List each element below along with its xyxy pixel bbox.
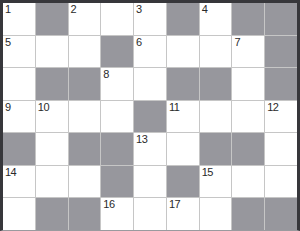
blocked-cell-r3c7 bbox=[200, 68, 232, 100]
cell-r2c2[interactable] bbox=[36, 36, 68, 68]
clue-number-4: 4 bbox=[202, 3, 208, 16]
cell-r6c7[interactable]: 15 bbox=[200, 166, 232, 198]
blocked-cell-r5c4 bbox=[101, 133, 133, 165]
blocked-cell-r7c8 bbox=[232, 198, 264, 230]
cell-r6c9[interactable] bbox=[265, 166, 297, 198]
cell-r5c6[interactable] bbox=[167, 133, 199, 165]
cell-r3c5[interactable] bbox=[134, 68, 166, 100]
blocked-cell-r3c6 bbox=[167, 68, 199, 100]
cell-r2c3[interactable] bbox=[69, 36, 101, 68]
blocked-cell-r7c3 bbox=[69, 198, 101, 230]
crossword-grid: 1234567891011121314151617 bbox=[0, 0, 300, 231]
clue-number-8: 8 bbox=[103, 68, 109, 81]
blocked-cell-r1c9 bbox=[265, 3, 297, 35]
cell-r3c1[interactable] bbox=[3, 68, 35, 100]
blocked-cell-r2c4 bbox=[101, 36, 133, 68]
blocked-cell-r1c6 bbox=[167, 3, 199, 35]
cell-r1c5[interactable]: 3 bbox=[134, 3, 166, 35]
blocked-cell-r6c6 bbox=[167, 166, 199, 198]
blocked-cell-r3c9 bbox=[265, 68, 297, 100]
cell-r2c1[interactable]: 5 bbox=[3, 36, 35, 68]
clue-number-12: 12 bbox=[267, 101, 278, 114]
cell-r7c7[interactable] bbox=[200, 198, 232, 230]
cell-r6c8[interactable] bbox=[232, 166, 264, 198]
blocked-cell-r4c5 bbox=[134, 101, 166, 133]
cell-r2c5[interactable]: 6 bbox=[134, 36, 166, 68]
cell-r3c8[interactable] bbox=[232, 68, 264, 100]
clue-number-15: 15 bbox=[202, 166, 213, 179]
clue-number-11: 11 bbox=[169, 101, 179, 114]
blocked-cell-r3c2 bbox=[36, 68, 68, 100]
cell-r6c5[interactable] bbox=[134, 166, 166, 198]
clue-number-9: 9 bbox=[5, 101, 11, 114]
cell-r5c9[interactable] bbox=[265, 133, 297, 165]
clue-number-6: 6 bbox=[136, 36, 142, 49]
cell-r3c4[interactable]: 8 bbox=[101, 68, 133, 100]
cell-r4c2[interactable]: 10 bbox=[36, 101, 68, 133]
blocked-cell-r5c1 bbox=[3, 133, 35, 165]
cell-r4c1[interactable]: 9 bbox=[3, 101, 35, 133]
blocked-cell-r5c3 bbox=[69, 133, 101, 165]
blocked-cell-r7c9 bbox=[265, 198, 297, 230]
blocked-cell-r1c2 bbox=[36, 3, 68, 35]
cell-r4c4[interactable] bbox=[101, 101, 133, 133]
cell-r5c5[interactable]: 13 bbox=[134, 133, 166, 165]
blocked-cell-r3c3 bbox=[69, 68, 101, 100]
clue-number-16: 16 bbox=[103, 198, 114, 211]
cell-r7c4[interactable]: 16 bbox=[101, 198, 133, 230]
blocked-cell-r5c7 bbox=[200, 133, 232, 165]
cell-r4c9[interactable]: 12 bbox=[265, 101, 297, 133]
cell-r2c8[interactable]: 7 bbox=[232, 36, 264, 68]
cell-r4c3[interactable] bbox=[69, 101, 101, 133]
clue-number-13: 13 bbox=[136, 133, 147, 146]
cell-r4c8[interactable] bbox=[232, 101, 264, 133]
clue-number-10: 10 bbox=[38, 101, 49, 114]
clue-number-17: 17 bbox=[169, 198, 180, 211]
clue-number-3: 3 bbox=[136, 3, 142, 16]
blocked-cell-r5c8 bbox=[232, 133, 264, 165]
clue-number-2: 2 bbox=[71, 3, 77, 16]
cell-r6c1[interactable]: 14 bbox=[3, 166, 35, 198]
cell-r6c3[interactable] bbox=[69, 166, 101, 198]
cell-r1c1[interactable]: 1 bbox=[3, 3, 35, 35]
blocked-cell-r2c9 bbox=[265, 36, 297, 68]
cell-r7c1[interactable] bbox=[3, 198, 35, 230]
cell-r2c7[interactable] bbox=[200, 36, 232, 68]
cell-r4c7[interactable] bbox=[200, 101, 232, 133]
cell-r1c3[interactable]: 2 bbox=[69, 3, 101, 35]
clue-number-7: 7 bbox=[234, 36, 240, 49]
cell-r5c2[interactable] bbox=[36, 133, 68, 165]
crossword-board: 1234567891011121314151617 bbox=[0, 0, 300, 231]
cell-r7c5[interactable] bbox=[134, 198, 166, 230]
clue-number-14: 14 bbox=[5, 166, 16, 179]
cell-r1c7[interactable]: 4 bbox=[200, 3, 232, 35]
blocked-cell-r7c2 bbox=[36, 198, 68, 230]
blocked-cell-r1c8 bbox=[232, 3, 264, 35]
clue-number-5: 5 bbox=[5, 36, 11, 49]
blocked-cell-r6c4 bbox=[101, 166, 133, 198]
cell-r7c6[interactable]: 17 bbox=[167, 198, 199, 230]
cell-r2c6[interactable] bbox=[167, 36, 199, 68]
clue-number-1: 1 bbox=[5, 3, 11, 16]
cell-r6c2[interactable] bbox=[36, 166, 68, 198]
cell-r4c6[interactable]: 11 bbox=[167, 101, 199, 133]
cell-r1c4[interactable] bbox=[101, 3, 133, 35]
